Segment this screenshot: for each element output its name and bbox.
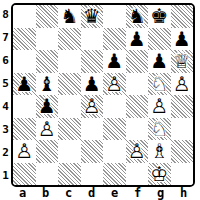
square-c1[interactable] xyxy=(58,163,81,186)
square-a5[interactable]: ♟♟ xyxy=(13,73,36,96)
square-a2[interactable]: ♟♙ xyxy=(13,140,36,163)
square-a7[interactable] xyxy=(13,28,36,51)
square-d4[interactable]: ♟♙ xyxy=(81,95,104,118)
square-c3[interactable] xyxy=(58,118,81,141)
piece-glyph: ♟ xyxy=(105,51,123,71)
piece-glyph: ♙ xyxy=(150,96,168,116)
square-c6[interactable] xyxy=(58,50,81,73)
rank-label-8: 8 xyxy=(0,3,11,26)
square-d8[interactable]: ♛♛ xyxy=(81,5,104,28)
piece-glyph: ♙ xyxy=(83,96,101,116)
square-a4[interactable] xyxy=(13,95,36,118)
piece-glyph: ♟ xyxy=(15,74,33,94)
square-g8[interactable]: ♚♚ xyxy=(148,5,171,28)
square-e8[interactable] xyxy=(103,5,126,28)
piece-white-king: ♚♔ xyxy=(148,163,171,186)
piece-white-pawn: ♟♙ xyxy=(171,73,194,96)
square-h1[interactable] xyxy=(171,163,194,186)
piece-glyph: ♟ xyxy=(150,51,168,71)
piece-glyph: ♟ xyxy=(128,29,146,49)
square-c4[interactable] xyxy=(58,95,81,118)
file-label-c: c xyxy=(57,186,80,200)
square-a8[interactable] xyxy=(13,5,36,28)
square-e3[interactable] xyxy=(103,118,126,141)
piece-glyph: ♙ xyxy=(105,74,123,94)
square-c2[interactable] xyxy=(58,140,81,163)
piece-glyph: ♙ xyxy=(15,141,33,161)
square-b1[interactable] xyxy=(36,163,59,186)
rank-label-5: 5 xyxy=(0,72,11,95)
file-label-d: d xyxy=(80,186,103,200)
rank-label-1: 1 xyxy=(0,164,11,187)
rank-label-2: 2 xyxy=(0,141,11,164)
square-e2[interactable] xyxy=(103,140,126,163)
square-e5[interactable]: ♟♙ xyxy=(103,73,126,96)
square-h2[interactable] xyxy=(171,140,194,163)
rank-label-6: 6 xyxy=(0,49,11,72)
square-d1[interactable] xyxy=(81,163,104,186)
piece-glyph: ♙ xyxy=(38,119,56,139)
file-label-a: a xyxy=(11,186,34,200)
piece-glyph: ♞ xyxy=(128,6,146,26)
square-c5[interactable] xyxy=(58,73,81,96)
file-label-f: f xyxy=(126,186,149,200)
piece-black-knight: ♞♞ xyxy=(58,5,81,28)
piece-glyph: ♛ xyxy=(83,6,101,26)
file-labels: abcdefgh xyxy=(11,186,195,200)
square-h4[interactable] xyxy=(171,95,194,118)
file-label-g: g xyxy=(149,186,172,200)
piece-glyph: ♔ xyxy=(150,164,168,184)
file-label-e: e xyxy=(103,186,126,200)
square-h5[interactable]: ♟♙ xyxy=(171,73,194,96)
piece-glyph: ♞ xyxy=(60,6,78,26)
piece-glyph: ♟ xyxy=(38,96,56,116)
square-e4[interactable] xyxy=(103,95,126,118)
piece-glyph: ♙ xyxy=(173,74,191,94)
piece-glyph: ♙ xyxy=(128,141,146,161)
square-a1[interactable] xyxy=(13,163,36,186)
piece-white-pawn: ♟♙ xyxy=(13,140,36,163)
piece-glyph: ♚ xyxy=(150,6,168,26)
piece-glyph: ♕ xyxy=(173,51,191,71)
file-label-b: b xyxy=(34,186,57,200)
square-e1[interactable] xyxy=(103,163,126,186)
piece-black-queen: ♛♛ xyxy=(81,5,104,28)
piece-black-pawn: ♟♟ xyxy=(13,73,36,96)
piece-white-pawn: ♟♙ xyxy=(81,95,104,118)
square-d2[interactable] xyxy=(81,140,104,163)
square-b3[interactable]: ♟♙ xyxy=(36,118,59,141)
square-g1[interactable]: ♚♔ xyxy=(148,163,171,186)
chess-board: ♞♞♛♛♞♞♚♚♟♟♟♟♟♟♟♟♛♕♟♟♝♝♟♟♟♙♞♘♟♙♟♟♟♙♟♙♟♙♞♘… xyxy=(11,3,195,187)
file-label-h: h xyxy=(172,186,195,200)
piece-white-pawn: ♟♙ xyxy=(103,73,126,96)
square-b7[interactable] xyxy=(36,28,59,51)
square-h3[interactable] xyxy=(171,118,194,141)
square-d3[interactable] xyxy=(81,118,104,141)
rank-labels: 87654321 xyxy=(0,3,11,187)
rank-label-3: 3 xyxy=(0,118,11,141)
rank-label-4: 4 xyxy=(0,95,11,118)
rank-label-7: 7 xyxy=(0,26,11,49)
square-c8[interactable]: ♞♞ xyxy=(58,5,81,28)
piece-glyph: ♗ xyxy=(150,141,168,161)
piece-black-king: ♚♚ xyxy=(148,5,171,28)
piece-white-pawn: ♟♙ xyxy=(36,118,59,141)
square-b2[interactable] xyxy=(36,140,59,163)
chess-diagram: 87654321 ♞♞♛♛♞♞♚♚♟♟♟♟♟♟♟♟♛♕♟♟♝♝♟♟♟♙♞♘♟♙♟… xyxy=(0,0,200,200)
square-c7[interactable] xyxy=(58,28,81,51)
